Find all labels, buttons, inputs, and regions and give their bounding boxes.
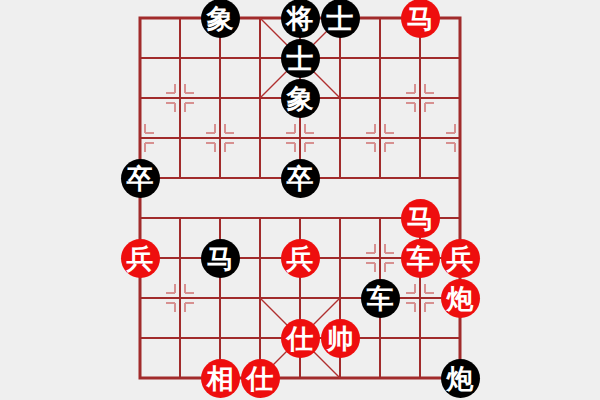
red-advisor[interactable]: 仕 [240, 358, 280, 398]
black-soldier[interactable]: 卒 [120, 158, 160, 198]
xiangqi-diagram: 象将士马士象卒卒马兵马兵车兵车炮仕帅相仕炮 [0, 0, 600, 400]
black-horse[interactable]: 马 [200, 238, 240, 278]
black-advisor-glyph: 士 [281, 39, 320, 78]
red-horse-glyph: 马 [401, 199, 440, 238]
red-elephant-glyph: 相 [201, 359, 240, 398]
black-general-glyph: 将 [281, 0, 320, 38]
red-soldier[interactable]: 兵 [120, 238, 160, 278]
red-horse[interactable]: 马 [400, 198, 440, 238]
black-horse-glyph: 马 [201, 239, 240, 278]
black-soldier[interactable]: 卒 [280, 158, 320, 198]
black-elephant-glyph: 象 [281, 79, 320, 118]
red-general-glyph: 帅 [321, 319, 360, 358]
red-soldier-glyph: 兵 [441, 239, 480, 278]
red-horse-glyph: 马 [401, 0, 440, 38]
red-general[interactable]: 帅 [320, 318, 360, 358]
red-advisor-glyph: 仕 [241, 359, 280, 398]
red-cannon[interactable]: 炮 [440, 278, 480, 318]
black-cannon[interactable]: 炮 [440, 358, 480, 398]
red-soldier-glyph: 兵 [281, 239, 320, 278]
piece-layer: 象将士马士象卒卒马兵马兵车兵车炮仕帅相仕炮 [120, 0, 480, 398]
red-chariot[interactable]: 车 [400, 238, 440, 278]
red-chariot-glyph: 车 [401, 239, 440, 278]
red-elephant[interactable]: 相 [200, 358, 240, 398]
black-soldier-glyph: 卒 [281, 159, 320, 198]
black-elephant[interactable]: 象 [280, 78, 320, 118]
red-cannon-glyph: 炮 [441, 279, 480, 318]
red-advisor[interactable]: 仕 [280, 318, 320, 358]
red-soldier[interactable]: 兵 [280, 238, 320, 278]
black-general[interactable]: 将 [280, 0, 320, 38]
black-cannon-glyph: 炮 [441, 359, 480, 398]
red-soldier[interactable]: 兵 [440, 238, 480, 278]
black-soldier-glyph: 卒 [121, 159, 160, 198]
black-chariot[interactable]: 车 [360, 278, 400, 318]
black-advisor-glyph: 士 [321, 0, 360, 38]
black-elephant-glyph: 象 [201, 0, 240, 38]
black-advisor[interactable]: 士 [320, 0, 360, 38]
black-advisor[interactable]: 士 [280, 38, 320, 78]
red-soldier-glyph: 兵 [121, 239, 160, 278]
red-advisor-glyph: 仕 [281, 319, 320, 358]
red-horse[interactable]: 马 [400, 0, 440, 38]
black-elephant[interactable]: 象 [200, 0, 240, 38]
black-chariot-glyph: 车 [361, 279, 400, 318]
